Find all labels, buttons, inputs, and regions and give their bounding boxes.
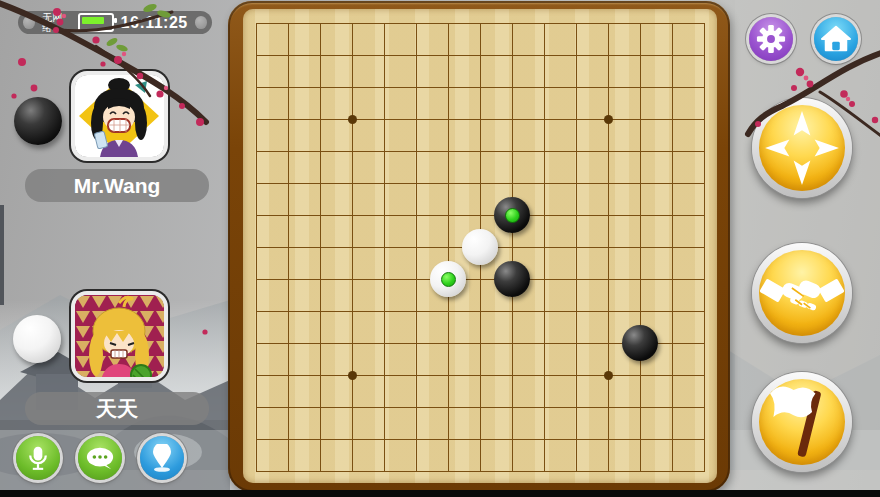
gear-icon — [756, 24, 786, 54]
gold-inner — [759, 105, 845, 191]
four-point-star-button[interactable] — [752, 98, 852, 198]
bottom-player-avatar[interactable] — [71, 291, 168, 381]
bottom-player-nameplate: 天天 — [25, 392, 209, 425]
bottom-player-name: 天天 — [96, 395, 138, 423]
home-icon — [821, 25, 851, 53]
avatar-girl-blonde — [75, 295, 164, 380]
home-button[interactable] — [814, 17, 858, 61]
location-pin-icon — [149, 444, 175, 472]
cross-star-icon — [760, 106, 844, 190]
last-move-marker — [441, 272, 456, 287]
stones-layer[interactable] — [240, 7, 720, 487]
chat-bubble-icon — [85, 444, 115, 472]
microphone-icon — [25, 445, 51, 471]
avatar-girl-black-hair — [75, 75, 164, 157]
handshake-icon — [760, 251, 844, 335]
top-player-nameplate: Mr.Wang — [25, 169, 209, 202]
top-player-name: Mr.Wang — [74, 174, 161, 198]
status-bar: 无网络 16:11:25 — [18, 11, 212, 34]
top-player-avatar[interactable] — [71, 71, 168, 161]
star-point — [348, 115, 357, 124]
star-point — [604, 115, 613, 124]
stone-white[interactable] — [462, 229, 498, 265]
stone-black[interactable] — [494, 261, 530, 297]
status-knob-right — [195, 16, 207, 29]
battery-nub — [114, 18, 117, 23]
battery-icon — [78, 13, 114, 32]
location-button[interactable] — [140, 436, 184, 480]
stone-black[interactable] — [622, 325, 658, 361]
gold-inner — [759, 379, 845, 465]
star-point — [604, 371, 613, 380]
settings-button[interactable] — [749, 17, 793, 61]
bottom-black-bar — [0, 490, 880, 497]
star-point — [348, 371, 357, 380]
resign-button[interactable] — [752, 372, 852, 472]
battery-fill — [82, 17, 104, 24]
clock-label: 16:11:25 — [121, 14, 188, 32]
white-flag-icon — [760, 380, 844, 464]
status-knob-left — [23, 16, 35, 29]
network-status-label: 无网络 — [42, 13, 70, 33]
stone-white[interactable] — [430, 261, 466, 297]
top-player-stone-black — [14, 97, 62, 145]
stone-black[interactable] — [494, 197, 530, 233]
gold-inner — [759, 250, 845, 336]
last-move-marker — [505, 208, 520, 223]
draw-offer-button[interactable] — [752, 243, 852, 343]
chat-button[interactable] — [78, 436, 122, 480]
voice-button[interactable] — [16, 436, 60, 480]
bottom-player-stone-white — [13, 315, 61, 363]
